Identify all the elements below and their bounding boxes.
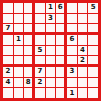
cell-r7c4-given-7[interactable]: 7	[35, 67, 45, 77]
cell-r4c2-given-1[interactable]: 1	[14, 35, 24, 45]
cell-r1c1-empty[interactable]	[3, 3, 13, 13]
cell-r6c3-empty[interactable]	[24, 56, 34, 66]
cell-r9c5-empty[interactable]	[46, 88, 56, 98]
cell-r9c2-empty[interactable]	[14, 88, 24, 98]
cell-r2c3-empty[interactable]	[24, 14, 34, 24]
cell-r5c7-empty[interactable]	[67, 46, 77, 56]
cell-r9c8-empty[interactable]	[78, 88, 88, 98]
cell-r1c9-given-5[interactable]: 5	[88, 3, 98, 13]
cell-r1c2-empty[interactable]	[14, 3, 24, 13]
cell-r6c8-given-2[interactable]: 2	[78, 56, 88, 66]
cell-r3c6-empty[interactable]	[56, 24, 66, 34]
cell-r4c8-empty[interactable]	[78, 35, 88, 45]
cell-r8c6-empty[interactable]	[56, 78, 66, 88]
cell-r8c4-given-2[interactable]: 2	[35, 78, 45, 88]
cell-r9c1-empty[interactable]	[3, 88, 13, 98]
cell-r5c5-empty[interactable]	[46, 46, 56, 56]
cell-r5c1-empty[interactable]	[3, 46, 13, 56]
cell-r8c2-empty[interactable]	[14, 78, 24, 88]
cell-r9c4-empty[interactable]	[35, 88, 45, 98]
cell-r2c2-empty[interactable]	[14, 14, 24, 24]
cell-r7c5-empty[interactable]	[46, 67, 56, 77]
cell-r5c6-empty[interactable]	[56, 46, 66, 56]
cell-r8c5-empty[interactable]	[46, 78, 56, 88]
cell-r3c1-given-7[interactable]: 7	[3, 24, 13, 34]
cell-r9c9-empty[interactable]	[88, 88, 98, 98]
cell-r3c7-empty[interactable]	[67, 24, 77, 34]
cell-r4c1-empty[interactable]	[3, 35, 13, 45]
cell-r6c4-empty[interactable]	[35, 56, 45, 66]
cell-r5c9-empty[interactable]	[88, 46, 98, 56]
cell-r3c5-empty[interactable]	[46, 24, 56, 34]
cell-r5c4-given-5[interactable]: 5	[35, 46, 45, 56]
cell-r3c4-empty[interactable]	[35, 24, 45, 34]
cell-r5c8-given-4[interactable]: 4	[78, 46, 88, 56]
cell-r8c3-given-8[interactable]: 8	[24, 78, 34, 88]
cell-r8c1-given-4[interactable]: 4	[3, 78, 13, 88]
cell-r3c2-empty[interactable]	[14, 24, 24, 34]
cell-r7c3-empty[interactable]	[24, 67, 34, 77]
cell-r6c7-empty[interactable]	[67, 56, 77, 66]
cell-r4c7-given-6[interactable]: 6	[67, 35, 77, 45]
cell-r1c8-empty[interactable]	[78, 3, 88, 13]
cell-r2c1-empty[interactable]	[3, 14, 13, 24]
cell-r3c9-empty[interactable]	[88, 24, 98, 34]
sudoku-screenshot: 16537165422734821	[0, 0, 101, 101]
cell-r4c4-empty[interactable]	[35, 35, 45, 45]
cell-r3c3-empty[interactable]	[24, 24, 34, 34]
cell-r1c7-empty[interactable]	[67, 3, 77, 13]
cell-r2c8-empty[interactable]	[78, 14, 88, 24]
cell-r7c2-empty[interactable]	[14, 67, 24, 77]
cell-r7c6-empty[interactable]	[56, 67, 66, 77]
cell-r6c1-empty[interactable]	[3, 56, 13, 66]
cell-r4c9-empty[interactable]	[88, 35, 98, 45]
cell-r7c8-empty[interactable]	[78, 67, 88, 77]
cell-r4c6-empty[interactable]	[56, 35, 66, 45]
sudoku-grid: 16537165422734821	[3, 3, 98, 98]
cell-r2c6-empty[interactable]	[56, 14, 66, 24]
cell-r6c9-empty[interactable]	[88, 56, 98, 66]
cell-r7c1-given-2[interactable]: 2	[3, 67, 13, 77]
cell-r8c8-empty[interactable]	[78, 78, 88, 88]
cell-r1c5-given-1[interactable]: 1	[46, 3, 56, 13]
cell-r2c7-empty[interactable]	[67, 14, 77, 24]
cell-r1c4-empty[interactable]	[35, 3, 45, 13]
cell-r2c5-given-3[interactable]: 3	[46, 14, 56, 24]
cell-r5c2-empty[interactable]	[14, 46, 24, 56]
cell-r1c3-empty[interactable]	[24, 3, 34, 13]
cell-r5c3-empty[interactable]	[24, 46, 34, 56]
sudoku-board: 16537165422734821	[0, 0, 101, 101]
cell-r8c9-empty[interactable]	[88, 78, 98, 88]
cell-r6c6-empty[interactable]	[56, 56, 66, 66]
cell-r4c3-empty[interactable]	[24, 35, 34, 45]
cell-r2c4-empty[interactable]	[35, 14, 45, 24]
cell-r4c5-empty[interactable]	[46, 35, 56, 45]
cell-r1c6-given-6[interactable]: 6	[56, 3, 66, 13]
cell-r7c9-empty[interactable]	[88, 67, 98, 77]
cell-r2c9-empty[interactable]	[88, 14, 98, 24]
cell-r6c5-empty[interactable]	[46, 56, 56, 66]
cell-r8c7-empty[interactable]	[67, 78, 77, 88]
cell-r6c2-empty[interactable]	[14, 56, 24, 66]
cell-r9c3-empty[interactable]	[24, 88, 34, 98]
cell-r3c8-empty[interactable]	[78, 24, 88, 34]
cell-r9c7-given-1[interactable]: 1	[67, 88, 77, 98]
cell-r9c6-empty[interactable]	[56, 88, 66, 98]
cell-r7c7-given-3[interactable]: 3	[67, 67, 77, 77]
